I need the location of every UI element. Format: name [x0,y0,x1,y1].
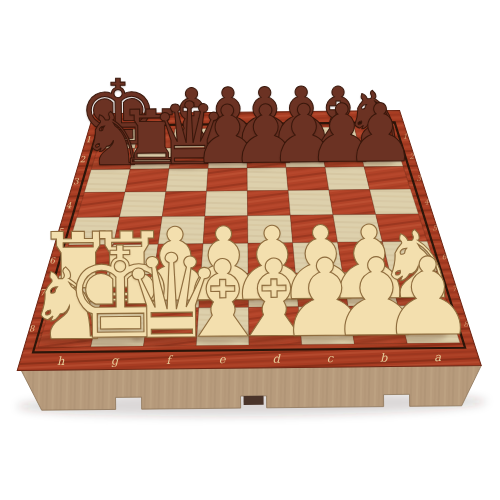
square-a5 [376,214,427,242]
file-label-h: h [57,354,65,368]
square-e7 [198,274,248,308]
chess-set-product-photo: hgfedcba1122334455667788 ♚♝♟♟♟♝♞♞♜♛♟♟♟♟♟… [0,0,500,500]
square-b3 [325,167,370,190]
square-f2 [169,148,210,169]
square-f1 [172,128,211,148]
rank-label-left-2: 2 [80,154,86,164]
square-g4 [119,192,166,217]
square-e5 [203,216,248,244]
square-d7 [248,273,298,307]
square-f8 [143,308,199,346]
square-c1 [283,127,322,147]
rank-label-left-8: 8 [29,323,35,333]
square-f7 [149,274,202,308]
square-g6 [106,244,158,275]
square-b4 [329,189,376,214]
square-c5 [290,215,337,243]
square-h1 [97,129,139,149]
square-a3 [364,166,410,189]
square-d1 [247,128,285,148]
square-b6 [338,242,390,273]
square-d8 [249,307,302,345]
board-perspective-wrapper: hgfedcba1122334455667788 ♚♝♟♟♟♝♞♞♜♛♟♟♟♟♟… [0,0,500,500]
square-g2 [130,148,173,169]
square-h4 [77,192,126,217]
square-e6 [201,243,249,274]
square-g3 [125,169,170,192]
square-h5 [68,217,119,245]
square-d4 [247,190,290,215]
rank-label-right-1: 1 [403,132,408,141]
square-a4 [370,189,419,214]
square-d3 [247,168,288,191]
rank-label-left-3: 3 [73,176,79,186]
square-f3 [166,168,209,191]
square-e8 [196,307,249,345]
square-f5 [158,216,205,244]
square-a2 [359,146,403,167]
square-h2 [91,148,135,169]
square-h3 [84,169,130,192]
square-g5 [113,217,162,245]
square-c4 [288,190,333,215]
square-b2 [322,146,365,167]
clasp-slot [244,396,264,405]
square-g7 [99,275,154,309]
file-label-a: a [434,350,441,364]
square-a6 [382,241,437,272]
rank-label-left-4: 4 [66,200,72,210]
chess-board: hgfedcba1122334455667788 [0,0,500,500]
square-h6 [59,245,114,276]
rank-label-left-1: 1 [86,134,92,144]
square-c6 [293,242,343,273]
square-g1 [135,129,176,149]
square-e2 [208,147,247,168]
square-e3 [206,168,247,191]
square-f4 [162,191,207,216]
square-e4 [205,191,248,216]
square-b8 [348,306,407,344]
square-f6 [154,244,204,275]
rank-label-right-4: 4 [424,197,429,206]
square-c7 [295,272,348,306]
rank-label-left-5: 5 [58,226,64,236]
square-b1 [319,127,359,147]
square-c2 [284,146,325,167]
square-e1 [209,128,247,148]
square-c8 [298,306,354,344]
square-d6 [248,243,296,274]
square-b7 [343,272,398,306]
square-a1 [354,126,396,146]
square-d5 [248,215,293,243]
square-b5 [333,214,382,242]
file-label-b: b [380,351,388,365]
square-g8 [90,308,149,346]
square-c3 [286,167,329,190]
square-d2 [247,147,286,168]
